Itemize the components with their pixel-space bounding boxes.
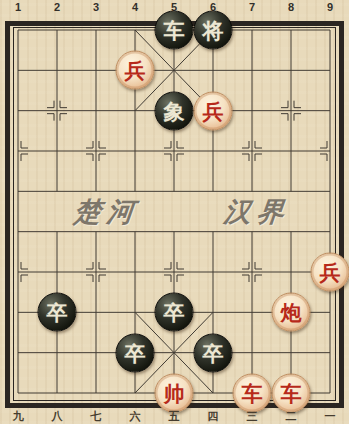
river-text-right: 汉界 — [222, 194, 292, 230]
black-general[interactable]: 将 — [194, 11, 233, 50]
red-chariot[interactable]: 车 — [233, 374, 272, 413]
file-label-bottom-7: 三 — [247, 409, 258, 424]
file-label-top-8: 8 — [288, 1, 294, 13]
black-chariot[interactable]: 车 — [155, 11, 194, 50]
file-label-top-7: 7 — [249, 1, 255, 13]
file-label-top-9: 9 — [327, 1, 333, 13]
black-soldier[interactable]: 卒 — [194, 333, 233, 372]
file-label-top-1: 1 — [15, 1, 21, 13]
file-label-bottom-8: 二 — [286, 409, 297, 424]
red-soldier[interactable]: 兵 — [116, 51, 155, 90]
red-soldier[interactable]: 兵 — [194, 91, 233, 130]
board-grid[interactable] — [0, 0, 349, 424]
black-soldier[interactable]: 卒 — [38, 293, 77, 332]
file-label-bottom-2: 八 — [52, 409, 63, 424]
file-label-bottom-6: 四 — [208, 409, 219, 424]
file-label-top-4: 4 — [132, 1, 138, 13]
file-label-bottom-1: 九 — [13, 409, 24, 424]
file-label-top-3: 3 — [93, 1, 99, 13]
red-cannon[interactable]: 炮 — [272, 293, 311, 332]
xiangqi-board: 123456789 楚河 汉界 车将兵象兵兵卒卒炮卒卒帅车车 九八七六五四三二一 — [0, 0, 349, 424]
river-text-left: 楚河 — [72, 194, 142, 230]
file-label-bottom-4: 六 — [130, 409, 141, 424]
black-soldier[interactable]: 卒 — [116, 333, 155, 372]
file-label-top-2: 2 — [54, 1, 60, 13]
file-label-bottom-3: 七 — [91, 409, 102, 424]
red-general[interactable]: 帅 — [155, 374, 194, 413]
file-label-bottom-9: 一 — [325, 409, 336, 424]
red-chariot[interactable]: 车 — [272, 374, 311, 413]
black-soldier[interactable]: 卒 — [155, 293, 194, 332]
file-label-bottom-5: 五 — [169, 409, 180, 424]
black-elephant[interactable]: 象 — [155, 91, 194, 130]
red-soldier[interactable]: 兵 — [311, 253, 349, 292]
